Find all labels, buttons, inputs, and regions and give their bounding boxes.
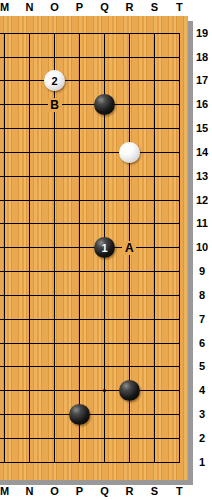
grid-horizontal-line-10	[0, 247, 180, 248]
grid-horizontal-line-17	[0, 80, 180, 81]
column-label-bottom-S: S	[144, 485, 164, 498]
stone-black-P3[interactable]	[69, 404, 90, 425]
grid-horizontal-line-4	[0, 390, 180, 391]
grid-vertical-line-S	[154, 33, 155, 463]
column-label-bottom-P: P	[70, 485, 90, 498]
column-label-top-Q: Q	[95, 1, 115, 14]
row-label-12: 12	[192, 194, 212, 207]
grid-horizontal-line-6	[0, 343, 180, 344]
grid-horizontal-line-9	[0, 271, 180, 272]
row-label-19: 19	[192, 27, 212, 40]
column-label-top-N: N	[20, 1, 40, 14]
column-label-bottom-R: R	[119, 485, 139, 498]
grid-horizontal-line-16	[0, 104, 180, 105]
stone-black-R4[interactable]	[119, 380, 140, 401]
go-diagram: MNOPQRST MNOPQRST 1918171615141312111098…	[0, 0, 212, 500]
column-label-top-S: S	[144, 1, 164, 14]
grid-horizontal-line-8	[0, 295, 180, 296]
grid-vertical-line-M	[4, 33, 5, 463]
grid-horizontal-line-18	[0, 57, 180, 58]
row-label-1: 1	[192, 456, 212, 469]
column-label-top-O: O	[45, 1, 65, 14]
row-label-13: 13	[192, 170, 212, 183]
column-label-bottom-N: N	[20, 485, 40, 498]
grid-vertical-line-P	[79, 33, 80, 463]
row-label-8: 8	[192, 289, 212, 302]
column-label-top-P: P	[70, 1, 90, 14]
row-label-3: 3	[192, 408, 212, 421]
row-label-4: 4	[192, 384, 212, 397]
grid-vertical-line-T	[179, 33, 180, 463]
row-label-17: 17	[192, 74, 212, 87]
grid-horizontal-line-12	[0, 200, 180, 201]
column-label-bottom-Q: Q	[95, 485, 115, 498]
marker-B-O16[interactable]: B	[48, 98, 62, 112]
row-label-14: 14	[192, 146, 212, 159]
grid-horizontal-line-7	[0, 319, 180, 320]
column-label-top-T: T	[169, 1, 189, 14]
column-label-bottom-T: T	[169, 485, 189, 498]
grid-horizontal-line-1	[0, 462, 180, 463]
grid-horizontal-line-15	[0, 128, 180, 129]
column-label-bottom-O: O	[45, 485, 65, 498]
grid-horizontal-line-2	[0, 438, 180, 439]
row-label-15: 15	[192, 122, 212, 135]
row-label-10: 10	[192, 241, 212, 254]
grid-horizontal-line-19	[0, 33, 180, 34]
row-label-16: 16	[192, 98, 212, 111]
row-label-2: 2	[192, 432, 212, 445]
column-label-bottom-M: M	[0, 485, 15, 498]
grid-horizontal-line-11	[0, 223, 180, 224]
row-label-7: 7	[192, 313, 212, 326]
grid-horizontal-line-5	[0, 366, 180, 367]
marker-A-R10[interactable]: A	[122, 241, 136, 255]
grid-vertical-line-N	[29, 33, 30, 463]
row-label-18: 18	[192, 51, 212, 64]
row-label-5: 5	[192, 360, 212, 373]
column-label-top-M: M	[0, 1, 15, 14]
row-label-6: 6	[192, 337, 212, 350]
row-label-9: 9	[192, 265, 212, 278]
grid-horizontal-line-13	[0, 176, 180, 177]
column-label-top-R: R	[119, 1, 139, 14]
grid-horizontal-line-14	[0, 152, 180, 153]
row-label-11: 11	[192, 217, 212, 230]
stone-white-R14[interactable]	[119, 142, 140, 163]
